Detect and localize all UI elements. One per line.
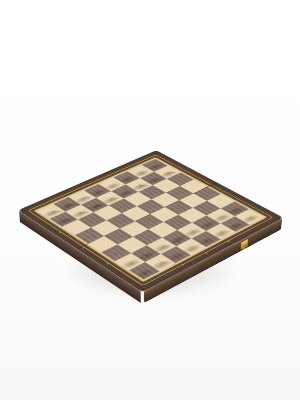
board-scene: ♜♞♝♛♚♝♞♜♟♟♟♟♟♟♟♟♟♟♟♟♟♟♟♟♜♞♝♛♚♝♞♜: [0, 86, 300, 342]
square-a1[interactable]: ♜: [129, 262, 160, 280]
frame-dot: [82, 247, 85, 249]
frame-dot: [228, 241, 231, 243]
product-photo-background: ♜♞♝♛♚♝♞♜♟♟♟♟♟♟♟♟♟♟♟♟♟♟♟♟♜♞♝♛♚♝♞♜: [0, 0, 300, 400]
frame-dot: [181, 264, 184, 266]
frame-dot: [59, 232, 62, 234]
chess-board: ♜♞♝♛♚♝♞♜♟♟♟♟♟♟♟♟♟♟♟♟♟♟♟♟♜♞♝♛♚♝♞♜: [18, 150, 284, 292]
board-squares: ♜♞♝♛♚♝♞♜♟♟♟♟♟♟♟♟♟♟♟♟♟♟♟♟♜♞♝♛♚♝♞♜: [38, 159, 264, 280]
brass-clasp-icon: [240, 238, 248, 251]
piece-white-rook[interactable]: ♜: [108, 232, 182, 275]
piece-black-pawn[interactable]: ♟: [30, 189, 99, 222]
